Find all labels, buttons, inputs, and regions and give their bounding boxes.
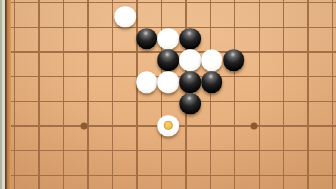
grid-line-vertical (112, 0, 113, 189)
stone-white (136, 71, 158, 93)
grid-line-vertical (38, 0, 39, 189)
stone-black (136, 28, 158, 50)
stone-black (179, 93, 201, 115)
grid-line-vertical (234, 0, 235, 189)
grid-line-vertical (87, 0, 88, 189)
stone-black (201, 71, 223, 93)
stone-white (201, 49, 223, 71)
gomoku-board-screenshot (0, 0, 336, 189)
grid-line-vertical (136, 0, 137, 189)
grid-line-vertical (210, 0, 211, 189)
stone-black (223, 49, 245, 71)
grid-line-vertical (259, 0, 260, 189)
grid-line-horizontal (11, 2, 336, 3)
last-move-marker (164, 121, 173, 130)
stone-black (179, 28, 201, 50)
grid-line-vertical (332, 0, 333, 189)
stone-white (158, 71, 180, 93)
grid-line-vertical (63, 0, 64, 189)
star-point (80, 122, 87, 129)
star-point (251, 122, 258, 129)
stone-white-last-move (158, 115, 180, 137)
grid-line-vertical (283, 0, 284, 189)
grid-line-horizontal (11, 101, 336, 102)
stone-white (179, 49, 201, 71)
stone-black (179, 71, 201, 93)
grid-line-horizontal (11, 175, 336, 176)
stone-white (114, 6, 136, 28)
grid-line-vertical (307, 0, 308, 189)
stone-black (158, 49, 180, 71)
grid-line-vertical (14, 0, 15, 189)
stone-white (158, 28, 180, 50)
grid-line-horizontal (11, 150, 336, 151)
